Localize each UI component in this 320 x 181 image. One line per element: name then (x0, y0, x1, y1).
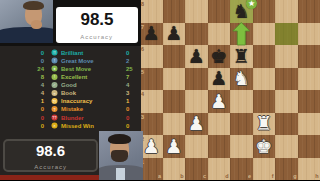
square-f1[interactable]: f (253, 158, 276, 181)
square-c1[interactable]: c (185, 158, 208, 181)
square-d2[interactable] (208, 135, 231, 158)
accuracy-label-top: Accuracy (81, 34, 114, 40)
file-label-c: c (203, 174, 206, 180)
stat-row-best-move: 24★Best Move25 (0, 65, 141, 73)
accuracy-label-bottom: Accuracy (34, 164, 67, 170)
stat-label: Book (61, 90, 126, 97)
square-h4[interactable] (298, 90, 320, 113)
inaccuracy-icon: ?! (52, 98, 58, 104)
square-a2[interactable]: 2♟ (140, 135, 163, 158)
file-label-a: a (158, 174, 161, 180)
stat-label: Good (61, 81, 126, 88)
square-h3[interactable] (298, 113, 320, 136)
count-right: 1 (126, 98, 144, 105)
hair (23, 1, 44, 10)
square-f2[interactable]: ♚ (253, 135, 276, 158)
square-b3[interactable] (163, 113, 186, 136)
square-b8[interactable] (163, 0, 186, 23)
count-left: 0 (0, 122, 44, 129)
file-label-e: e (248, 174, 251, 180)
black-king-d6: ♚ (208, 45, 231, 68)
rank-label-8: 8 (141, 1, 144, 7)
book-icon: ≡ (52, 90, 58, 96)
count-left: 1 (0, 98, 44, 105)
good-icon: ✓ (52, 82, 58, 88)
white-pawn-c3: ♟ (185, 113, 208, 136)
square-g8[interactable] (275, 0, 298, 23)
hand (31, 20, 42, 29)
stat-row-great-move: 0!Great Move2 (0, 57, 141, 65)
stat-label: Mistake (61, 106, 126, 113)
square-b5[interactable] (163, 68, 186, 91)
square-g4[interactable] (275, 90, 298, 113)
square-c6[interactable]: ♟ (185, 45, 208, 68)
square-g3[interactable] (275, 113, 298, 136)
square-f5[interactable] (253, 68, 276, 91)
square-e6[interactable]: ♜ (230, 45, 253, 68)
square-h8[interactable] (298, 0, 320, 23)
count-left: 0 (0, 49, 44, 56)
square-h7[interactable] (298, 23, 320, 46)
stat-row-good: 4✓Good4 (0, 81, 141, 89)
square-f4[interactable] (253, 90, 276, 113)
square-b1[interactable]: b (163, 158, 186, 181)
square-d7[interactable] (208, 23, 231, 46)
square-f7[interactable] (253, 23, 276, 46)
stat-row-excellent: 8!Excellent7 (0, 73, 141, 81)
thumbnail-stage: 8♞7♟♟6♟♚♜5♟♞4♟3♟♜2♟♟♚1abcdefgh ★ 98.5 Ac… (0, 0, 320, 180)
square-b4[interactable] (163, 90, 186, 113)
square-f6[interactable] (253, 45, 276, 68)
file-label-g: g (293, 174, 296, 180)
white-pawn-d4: ♟ (208, 90, 231, 113)
white-rook-f3: ♜ (253, 113, 276, 136)
stat-label: Inaccuracy (61, 98, 126, 105)
count-right: 3 (126, 90, 144, 97)
square-g1[interactable]: g (275, 158, 298, 181)
square-c4[interactable] (185, 90, 208, 113)
white-pawn-b2: ♟ (163, 135, 186, 158)
square-g2[interactable] (275, 135, 298, 158)
chess-board[interactable]: 8♞7♟♟6♟♚♜5♟♞4♟3♟♜2♟♟♚1abcdefgh (140, 0, 320, 180)
count-right: 0 (126, 122, 144, 129)
count-right: 4 (126, 81, 144, 88)
white-knight-e5: ♞ (230, 68, 253, 91)
square-a8[interactable]: 8 (140, 0, 163, 23)
square-c5[interactable] (185, 68, 208, 91)
square-c7[interactable] (185, 23, 208, 46)
accuracy-card-bottom: 98.6 Accuracy (3, 139, 98, 172)
count-left: 0 (0, 106, 44, 113)
square-e1[interactable]: e (230, 158, 253, 181)
count-left: 0 (0, 57, 44, 64)
move-quality-table: 0!!Brilliant00!Great Move224★Best Move25… (0, 46, 141, 132)
stat-row-blunder: 0??Blunder0 (0, 113, 141, 121)
rank-label-7: 7 (141, 24, 144, 30)
accuracy-value-top: 98.5 (56, 7, 138, 30)
beard (111, 150, 128, 162)
square-b6[interactable] (163, 45, 186, 68)
file-label-h: h (316, 174, 319, 180)
stat-label: Excellent (61, 73, 126, 80)
stat-label: Brilliant (61, 49, 126, 56)
square-f3[interactable]: ♜ (253, 113, 276, 136)
square-d5[interactable]: ♟ (208, 68, 231, 91)
black-pawn-b7: ♟ (163, 23, 186, 46)
brilliant-icon: !! (52, 50, 58, 56)
stat-label: Missed Win (61, 122, 126, 129)
count-left: 0 (0, 114, 44, 121)
left-panel: 98.5 Accuracy 0!!Brilliant00!Great Move2… (0, 0, 141, 180)
square-g5[interactable] (275, 68, 298, 91)
count-right: 0 (126, 114, 144, 121)
stat-label: Great Move (61, 57, 126, 64)
square-e2[interactable] (230, 135, 253, 158)
square-d1[interactable]: d (208, 158, 231, 181)
square-e3[interactable] (230, 113, 253, 136)
count-left: 4 (0, 90, 44, 97)
stat-label: Best Move (61, 65, 126, 72)
square-d3[interactable] (208, 113, 231, 136)
count-right: 2 (126, 57, 144, 64)
square-b2[interactable]: ♟ (163, 135, 186, 158)
square-c8[interactable] (185, 0, 208, 23)
shirt (116, 168, 125, 180)
square-b7[interactable]: ♟ (163, 23, 186, 46)
accuracy-value-bottom: 98.6 (5, 141, 96, 160)
stat-row-inaccuracy: 1?!Inaccuracy1 (0, 97, 141, 105)
count-right: 0 (126, 49, 144, 56)
count-right: 25 (126, 65, 148, 72)
square-h2[interactable] (298, 135, 320, 158)
player-photo-bottom (99, 131, 143, 180)
star-icon: ★ (248, 0, 255, 7)
square-c2[interactable] (185, 135, 208, 158)
accuracy-card-top: 98.5 Accuracy (56, 7, 138, 43)
file-label-f: f (272, 174, 274, 180)
stat-row-mistake: 0?Mistake0 (0, 105, 141, 113)
square-e7[interactable] (230, 23, 253, 46)
square-h1[interactable]: h (298, 158, 320, 181)
stat-row-missed-win: 0✕Missed Win0 (0, 121, 141, 129)
excellent-icon: ! (52, 74, 58, 80)
square-h5[interactable] (298, 68, 320, 91)
player-photo-top (0, 0, 53, 43)
white-king-f2: ♚ (253, 135, 276, 158)
square-d8[interactable] (208, 0, 231, 23)
best-move-icon: ★ (52, 66, 58, 72)
black-pawn-c6: ♟ (185, 45, 208, 68)
square-h6[interactable] (298, 45, 320, 68)
great-move-icon: ! (52, 58, 58, 64)
square-e4[interactable] (230, 90, 253, 113)
square-g7[interactable] (275, 23, 298, 46)
count-left: 4 (0, 81, 44, 88)
black-pawn-d5: ♟ (208, 68, 231, 91)
file-label-b: b (181, 174, 184, 180)
square-d6[interactable]: ♚ (208, 45, 231, 68)
file-label-d: d (226, 174, 229, 180)
red-accent-bar (0, 175, 99, 180)
stat-row-brilliant: 0!!Brilliant0 (0, 49, 141, 57)
hair (108, 134, 131, 144)
blunder-icon: ?? (52, 114, 58, 120)
square-d4[interactable]: ♟ (208, 90, 231, 113)
suit (0, 27, 53, 43)
black-rook-e6: ♜ (230, 45, 253, 68)
square-c3[interactable]: ♟ (185, 113, 208, 136)
count-right: 0 (126, 106, 144, 113)
mistake-icon: ? (52, 106, 58, 112)
stat-label: Blunder (61, 114, 126, 121)
stat-row-book: 4≡Book3 (0, 89, 141, 97)
square-e5[interactable]: ♞ (230, 68, 253, 91)
square-a7[interactable]: 7♟ (140, 23, 163, 46)
count-right: 7 (126, 73, 144, 80)
count-left: 8 (0, 73, 44, 80)
missed-win-icon: ✕ (52, 122, 58, 128)
count-left: 24 (0, 65, 44, 72)
square-g6[interactable] (275, 45, 298, 68)
square-a1[interactable]: 1a (140, 158, 163, 181)
